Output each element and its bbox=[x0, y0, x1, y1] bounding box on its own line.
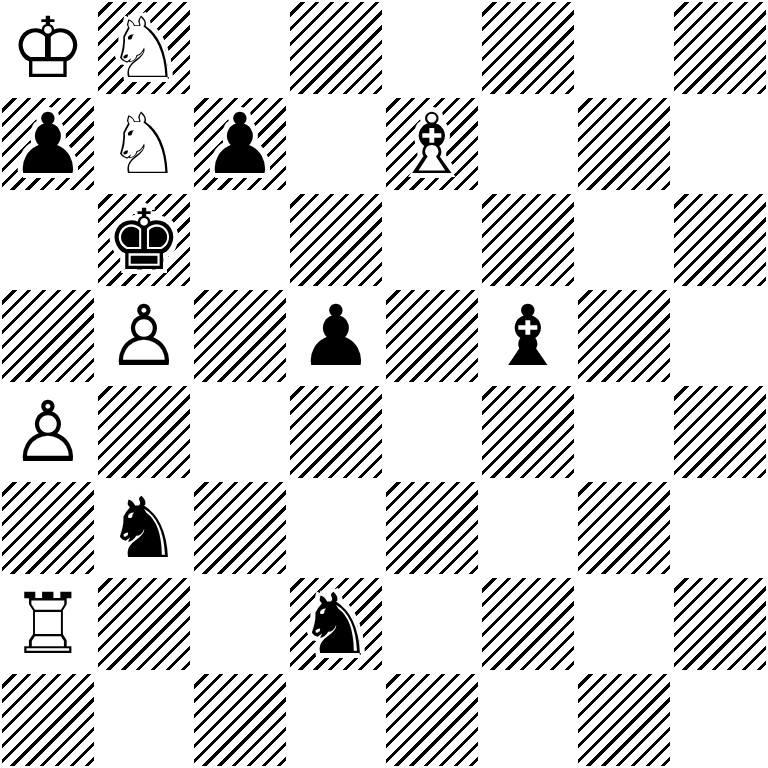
square-f8[interactable] bbox=[480, 0, 576, 96]
white-king-outline: ♔ bbox=[0, 0, 96, 96]
black-knight[interactable]: ♞ bbox=[288, 576, 384, 672]
square-e5[interactable] bbox=[384, 288, 480, 384]
square-d2[interactable]: ♞ bbox=[288, 576, 384, 672]
square-h7[interactable] bbox=[672, 96, 768, 192]
square-g5[interactable] bbox=[576, 288, 672, 384]
black-king-glyph: ♚ bbox=[96, 192, 192, 288]
white-king[interactable]: ♚♔ bbox=[0, 0, 96, 96]
square-b8[interactable]: ♞♘ bbox=[96, 0, 192, 96]
white-rook-outline: ♖ bbox=[0, 576, 96, 672]
square-a4[interactable]: ♟♙ bbox=[0, 384, 96, 480]
square-b2[interactable] bbox=[96, 576, 192, 672]
square-b3[interactable]: ♞ bbox=[96, 480, 192, 576]
square-a2[interactable]: ♜♖ bbox=[0, 576, 96, 672]
square-c3[interactable] bbox=[192, 480, 288, 576]
square-a8[interactable]: ♚♔ bbox=[0, 0, 96, 96]
square-d6[interactable] bbox=[288, 192, 384, 288]
black-pawn-glyph: ♟ bbox=[192, 96, 288, 192]
square-g2[interactable] bbox=[576, 576, 672, 672]
square-e6[interactable] bbox=[384, 192, 480, 288]
square-b4[interactable] bbox=[96, 384, 192, 480]
square-a5[interactable] bbox=[0, 288, 96, 384]
square-f6[interactable] bbox=[480, 192, 576, 288]
white-knight-outline: ♘ bbox=[96, 0, 192, 96]
black-pawn-glyph: ♟ bbox=[288, 288, 384, 384]
square-f7[interactable] bbox=[480, 96, 576, 192]
square-d1[interactable] bbox=[288, 672, 384, 768]
square-h1[interactable] bbox=[672, 672, 768, 768]
white-rook[interactable]: ♜♖ bbox=[0, 576, 96, 672]
white-bishop[interactable]: ♝♗ bbox=[384, 96, 480, 192]
square-d5[interactable]: ♟ bbox=[288, 288, 384, 384]
square-d7[interactable] bbox=[288, 96, 384, 192]
square-h4[interactable] bbox=[672, 384, 768, 480]
white-pawn-outline: ♙ bbox=[96, 288, 192, 384]
square-g4[interactable] bbox=[576, 384, 672, 480]
square-b1[interactable] bbox=[96, 672, 192, 768]
square-f3[interactable] bbox=[480, 480, 576, 576]
white-knight-outline: ♘ bbox=[96, 96, 192, 192]
black-bishop[interactable]: ♝ bbox=[480, 288, 576, 384]
square-a7[interactable]: ♟ bbox=[0, 96, 96, 192]
white-pawn[interactable]: ♟♙ bbox=[96, 288, 192, 384]
square-c4[interactable] bbox=[192, 384, 288, 480]
square-f2[interactable] bbox=[480, 576, 576, 672]
square-h5[interactable] bbox=[672, 288, 768, 384]
white-bishop-outline: ♗ bbox=[384, 96, 480, 192]
square-c1[interactable] bbox=[192, 672, 288, 768]
black-pawn-glyph: ♟ bbox=[0, 96, 96, 192]
square-e1[interactable] bbox=[384, 672, 480, 768]
square-d8[interactable] bbox=[288, 0, 384, 96]
black-pawn[interactable]: ♟ bbox=[0, 96, 96, 192]
square-e8[interactable] bbox=[384, 0, 480, 96]
square-c7[interactable]: ♟ bbox=[192, 96, 288, 192]
square-c8[interactable] bbox=[192, 0, 288, 96]
square-h3[interactable] bbox=[672, 480, 768, 576]
chess-board: ♚♔♞♘♟♞♘♟♝♗♚♟♙♟♝♟♙♞♜♖♞ bbox=[0, 0, 768, 768]
square-a3[interactable] bbox=[0, 480, 96, 576]
square-g7[interactable] bbox=[576, 96, 672, 192]
square-b7[interactable]: ♞♘ bbox=[96, 96, 192, 192]
square-e4[interactable] bbox=[384, 384, 480, 480]
square-b5[interactable]: ♟♙ bbox=[96, 288, 192, 384]
white-pawn[interactable]: ♟♙ bbox=[0, 384, 96, 480]
square-h8[interactable] bbox=[672, 0, 768, 96]
square-g8[interactable] bbox=[576, 0, 672, 96]
black-pawn[interactable]: ♟ bbox=[192, 96, 288, 192]
square-d4[interactable] bbox=[288, 384, 384, 480]
black-knight[interactable]: ♞ bbox=[96, 480, 192, 576]
black-king[interactable]: ♚ bbox=[96, 192, 192, 288]
square-e7[interactable]: ♝♗ bbox=[384, 96, 480, 192]
black-knight-glyph: ♞ bbox=[288, 576, 384, 672]
black-pawn[interactable]: ♟ bbox=[288, 288, 384, 384]
square-f5[interactable]: ♝ bbox=[480, 288, 576, 384]
square-d3[interactable] bbox=[288, 480, 384, 576]
white-knight[interactable]: ♞♘ bbox=[96, 96, 192, 192]
square-h6[interactable] bbox=[672, 192, 768, 288]
square-f4[interactable] bbox=[480, 384, 576, 480]
square-c6[interactable] bbox=[192, 192, 288, 288]
square-g6[interactable] bbox=[576, 192, 672, 288]
square-g3[interactable] bbox=[576, 480, 672, 576]
square-g1[interactable] bbox=[576, 672, 672, 768]
square-a1[interactable] bbox=[0, 672, 96, 768]
square-c2[interactable] bbox=[192, 576, 288, 672]
square-b6[interactable]: ♚ bbox=[96, 192, 192, 288]
black-knight-glyph: ♞ bbox=[96, 480, 192, 576]
square-h2[interactable] bbox=[672, 576, 768, 672]
square-f1[interactable] bbox=[480, 672, 576, 768]
square-c5[interactable] bbox=[192, 288, 288, 384]
white-knight[interactable]: ♞♘ bbox=[96, 0, 192, 96]
black-bishop-glyph: ♝ bbox=[480, 288, 576, 384]
white-pawn-outline: ♙ bbox=[0, 384, 96, 480]
square-e2[interactable] bbox=[384, 576, 480, 672]
square-a6[interactable] bbox=[0, 192, 96, 288]
square-e3[interactable] bbox=[384, 480, 480, 576]
